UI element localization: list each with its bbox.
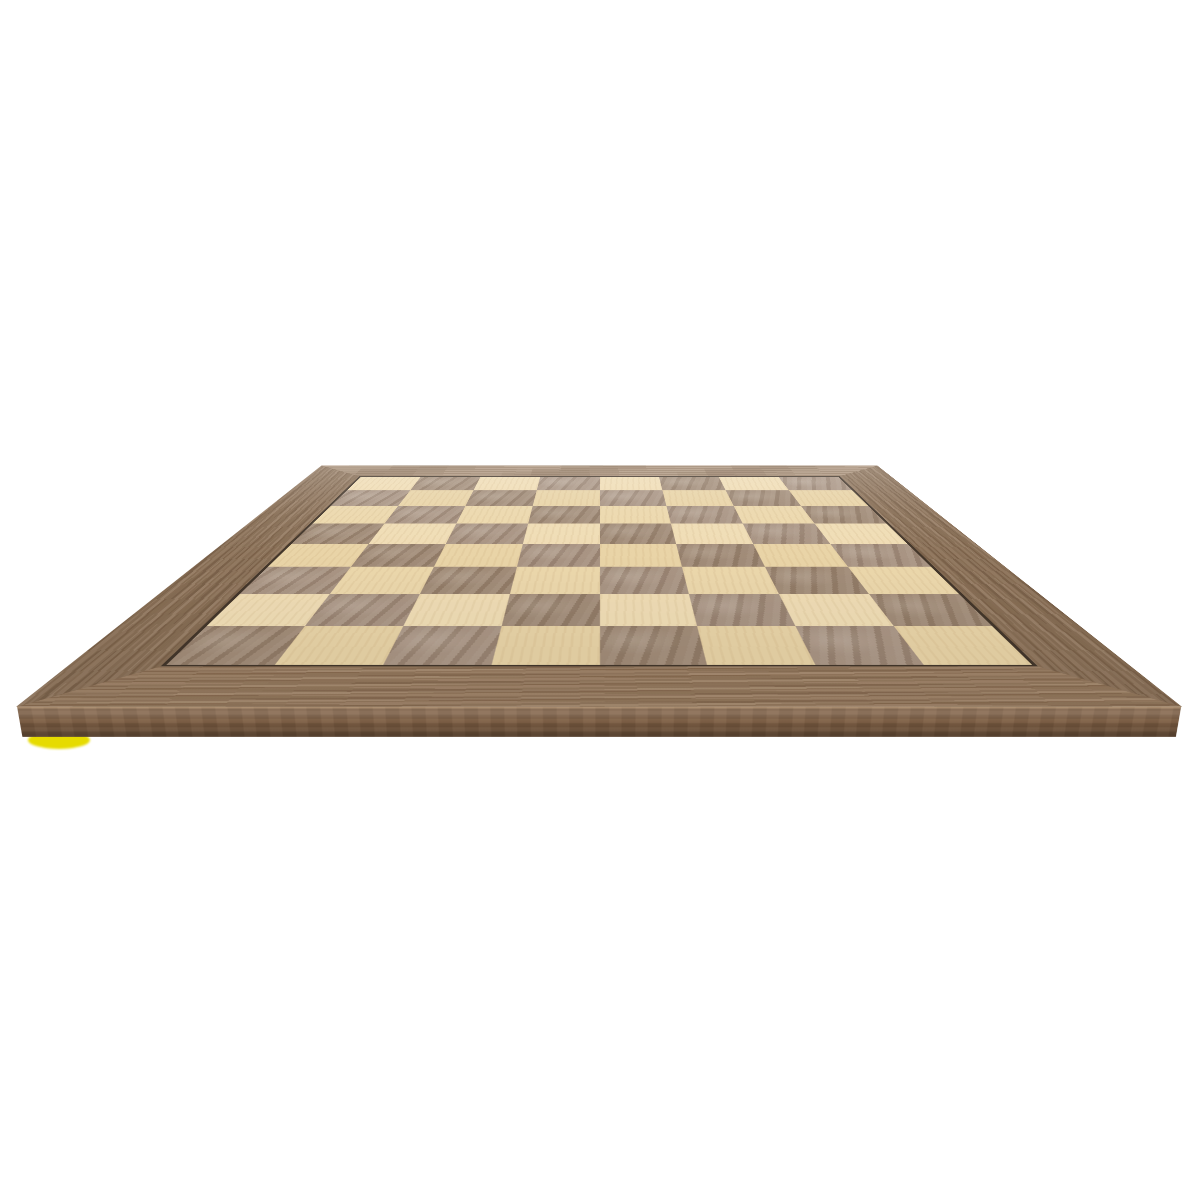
square-f3[interactable] — [682, 567, 779, 594]
square-d2[interactable] — [501, 594, 599, 626]
square-e6[interactable] — [600, 506, 672, 524]
square-h1[interactable] — [894, 626, 1032, 665]
square-f7[interactable] — [663, 490, 734, 505]
square-h2[interactable] — [869, 594, 992, 626]
square-c2[interactable] — [403, 594, 510, 626]
square-e1[interactable] — [599, 626, 707, 665]
square-d7[interactable] — [532, 490, 599, 505]
square-e4[interactable] — [599, 544, 682, 567]
scene — [0, 0, 1200, 1200]
square-f1[interactable] — [698, 626, 816, 665]
square-h3[interactable] — [848, 567, 959, 594]
board-frame — [16, 466, 1182, 707]
square-f2[interactable] — [689, 594, 795, 626]
square-d5[interactable] — [523, 523, 600, 543]
square-b5[interactable] — [369, 523, 456, 543]
board-front-edge — [17, 706, 1182, 737]
square-h7[interactable] — [789, 490, 868, 505]
square-d6[interactable] — [528, 506, 600, 524]
square-b3[interactable] — [330, 567, 434, 594]
square-b2[interactable] — [305, 594, 420, 626]
square-h6[interactable] — [801, 506, 886, 524]
square-b7[interactable] — [398, 490, 473, 505]
frame-strip-left — [16, 466, 370, 707]
square-g3[interactable] — [765, 567, 869, 594]
square-e8[interactable] — [600, 477, 663, 491]
square-g7[interactable] — [726, 490, 801, 505]
square-b8[interactable] — [410, 477, 480, 491]
square-c1[interactable] — [383, 626, 501, 665]
square-d8[interactable] — [536, 477, 599, 491]
square-g1[interactable] — [796, 626, 924, 665]
square-g8[interactable] — [719, 477, 789, 491]
square-h5[interactable] — [815, 523, 907, 543]
square-a3[interactable] — [240, 567, 351, 594]
square-d1[interactable] — [491, 626, 599, 665]
square-g2[interactable] — [779, 594, 894, 626]
square-a8[interactable] — [347, 477, 421, 491]
square-c6[interactable] — [456, 506, 532, 524]
square-b1[interactable] — [275, 626, 403, 665]
square-d3[interactable] — [510, 567, 600, 594]
square-b4[interactable] — [351, 544, 446, 567]
square-c3[interactable] — [420, 567, 517, 594]
square-c5[interactable] — [446, 523, 528, 543]
square-c8[interactable] — [473, 477, 540, 491]
square-e7[interactable] — [600, 490, 667, 505]
square-f6[interactable] — [667, 506, 743, 524]
square-f8[interactable] — [659, 477, 726, 491]
frame-strip-near — [16, 666, 1182, 706]
square-e5[interactable] — [600, 523, 677, 543]
chess-board — [16, 466, 1182, 707]
square-f4[interactable] — [676, 544, 765, 567]
square-e2[interactable] — [599, 594, 697, 626]
square-g4[interactable] — [753, 544, 848, 567]
square-f5[interactable] — [671, 523, 753, 543]
square-a4[interactable] — [268, 544, 369, 567]
square-h4[interactable] — [830, 544, 931, 567]
square-a2[interactable] — [207, 594, 330, 626]
square-d4[interactable] — [517, 544, 600, 567]
frame-strip-far — [308, 466, 891, 477]
square-e3[interactable] — [599, 567, 689, 594]
square-c4[interactable] — [434, 544, 523, 567]
frame-strip-right — [829, 466, 1182, 707]
square-a1[interactable] — [167, 626, 305, 665]
square-c7[interactable] — [465, 490, 536, 505]
square-h8[interactable] — [778, 477, 852, 491]
square-b6[interactable] — [384, 506, 465, 524]
